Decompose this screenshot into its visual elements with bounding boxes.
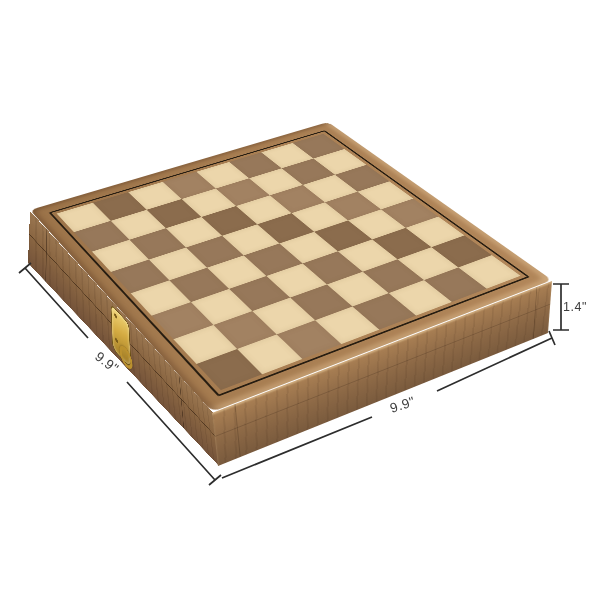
dim-width: 9.9" — [222, 331, 555, 478]
dimension-annotations: 9.9" 9.9" 1.4" — [0, 0, 600, 600]
product-photo-scene: 9.9" 9.9" 1.4" — [0, 0, 600, 600]
dim-depth-line — [25, 268, 215, 480]
dim-width-label: 9.9" — [388, 394, 417, 416]
dim-width-line — [222, 338, 552, 478]
dim-width-cap — [549, 331, 555, 345]
dim-depth: 9.9" — [19, 263, 221, 485]
dim-depth-label: 9.9" — [92, 349, 121, 377]
dim-height: 1.4" — [553, 284, 587, 330]
dim-height-label: 1.4" — [563, 300, 587, 314]
